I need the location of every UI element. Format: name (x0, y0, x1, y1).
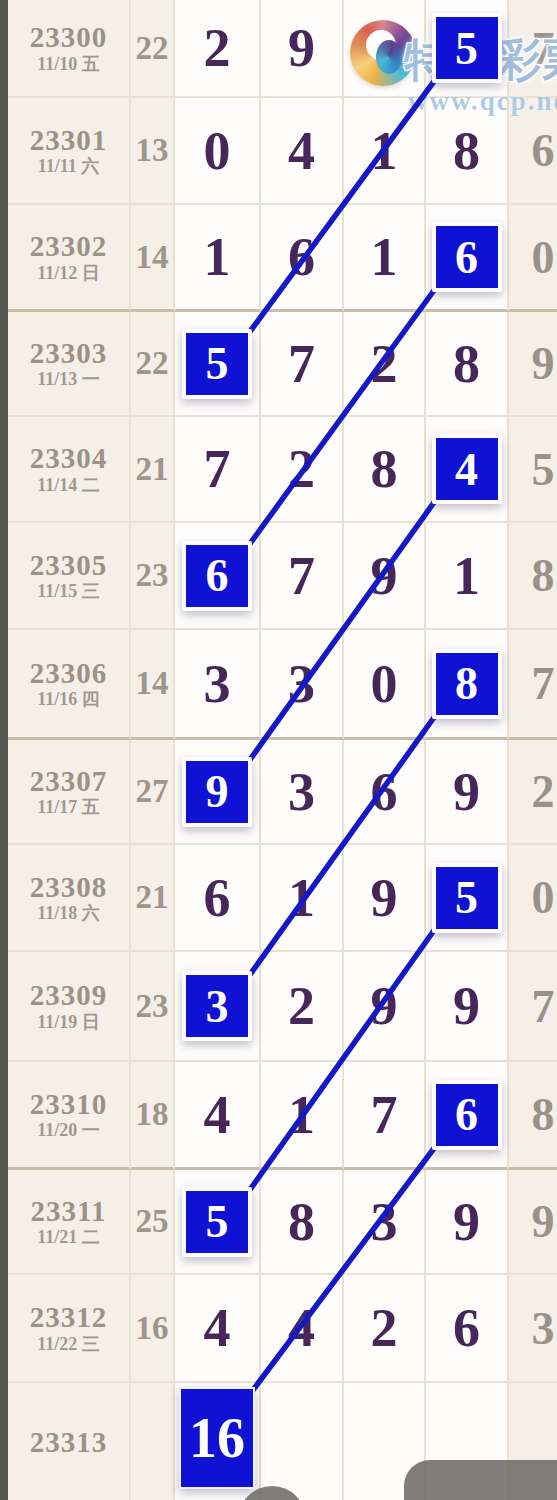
highlight-digit: 5 (455, 22, 478, 75)
issue-cell-23305: 2330511/15 三 (8, 523, 131, 630)
digit-cell-23307-3: 9 (426, 740, 509, 845)
digit-cell-23306-0: 3 (175, 630, 261, 740)
extra-cell-23301: 6 (509, 98, 557, 205)
digit-value: 9 (453, 975, 480, 1037)
highlight-box: 6 (432, 222, 502, 292)
draw-date: 11/22 三 (37, 1335, 100, 1354)
digit-cell-23308-0: 6 (175, 845, 261, 952)
highlight-digit: 3 (206, 980, 229, 1033)
issue-cell-23309: 2330911/19 日 (8, 952, 131, 1062)
issue-cell-23307: 2330711/17 五 (8, 740, 131, 845)
issue-number: 23306 (30, 658, 108, 688)
digit-cell-23313-0: 16 (175, 1383, 261, 1500)
left-edge-strip (0, 0, 8, 1500)
issue-cell-23313: 23313 (8, 1383, 131, 1500)
digit-cell-23303-3: 8 (426, 312, 509, 417)
digit-cell-23308-1: 1 (261, 845, 344, 952)
sum-cell-23311: 25 (131, 1170, 175, 1275)
sum-cell-23306: 14 (131, 630, 175, 740)
issue-cell-23302: 2330211/12 日 (8, 205, 131, 312)
trend-table: 2330011/10 五22296572330111/11 六130418623… (8, 0, 557, 1500)
sum-cell-23302: 14 (131, 205, 175, 312)
issue-cell-23308: 2330811/18 六 (8, 845, 131, 952)
draw-date: 11/14 二 (37, 476, 100, 495)
digit-cell-23307-1: 3 (261, 740, 344, 845)
sum-value: 14 (136, 239, 169, 276)
digit-value: 2 (204, 17, 231, 79)
digit-cell-23300-1: 9 (261, 0, 344, 98)
issue-number: 23307 (30, 766, 108, 796)
digit-cell-23308-3: 5 (426, 845, 509, 952)
digit-value: 9 (371, 545, 398, 607)
sum-cell-23305: 23 (131, 523, 175, 630)
draw-date: 11/18 六 (37, 904, 100, 923)
sum-cell-23307: 27 (131, 740, 175, 845)
digit-cell-23301-2: 1 (344, 98, 426, 205)
issue-number: 23310 (30, 1089, 108, 1119)
digit-value: 7 (371, 1084, 398, 1146)
issue-number: 23308 (30, 872, 108, 902)
digit-value: 6 (204, 867, 231, 929)
extra-digit-value: 7 (532, 980, 555, 1033)
issue-number: 23313 (30, 1427, 108, 1457)
highlight-box: 4 (432, 434, 502, 504)
floating-panel-button[interactable] (404, 1460, 557, 1500)
digit-cell-23307-0: 9 (175, 740, 261, 845)
digit-value: 9 (453, 761, 480, 823)
digit-value: 8 (453, 333, 480, 395)
digit-value: 4 (204, 1084, 231, 1146)
sum-cell-23310: 18 (131, 1062, 175, 1170)
digit-cell-23304-0: 7 (175, 417, 261, 523)
digit-value: 9 (453, 1191, 480, 1253)
digit-value: 3 (371, 1191, 398, 1253)
digit-value: 3 (288, 653, 315, 715)
extra-digit-value: 9 (532, 1195, 555, 1248)
digit-cell-23304-2: 8 (344, 417, 426, 523)
digit-cell-23306-1: 3 (261, 630, 344, 740)
issue-number: 23305 (30, 550, 108, 580)
highlight-digit: 5 (455, 871, 478, 924)
digit-cell-23301-0: 0 (175, 98, 261, 205)
extra-digit-value: 8 (532, 549, 555, 602)
digit-cell-23300-2: 6 (344, 0, 426, 98)
issue-number: 23311 (31, 1196, 107, 1226)
digit-value: 2 (371, 1297, 398, 1359)
digit-value: 2 (288, 975, 315, 1037)
sum-cell-23303: 22 (131, 312, 175, 417)
draw-date: 11/16 四 (37, 690, 100, 709)
highlight-digit: 6 (455, 231, 478, 284)
digit-cell-23303-1: 7 (261, 312, 344, 417)
digit-cell-23310-3: 6 (426, 1062, 509, 1170)
draw-date: 11/20 一 (37, 1121, 100, 1140)
extra-cell-23308: 0 (509, 845, 557, 952)
digit-value: 2 (288, 438, 315, 500)
digit-value: 0 (371, 653, 398, 715)
issue-cell-23300: 2330011/10 五 (8, 0, 131, 98)
digit-cell-23311-0: 5 (175, 1170, 261, 1275)
highlight-digit: 5 (206, 1195, 229, 1248)
digit-value: 2 (371, 333, 398, 395)
extra-digit-value: 0 (532, 871, 555, 924)
digit-cell-23302-3: 6 (426, 205, 509, 312)
sum-cell-23309: 23 (131, 952, 175, 1062)
extra-cell-23307: 2 (509, 740, 557, 845)
highlight-digit: 5 (206, 337, 229, 390)
digit-cell-23305-1: 7 (261, 523, 344, 630)
extra-cell-23306: 7 (509, 630, 557, 740)
digit-cell-23303-0: 5 (175, 312, 261, 417)
issue-cell-23301: 2330111/11 六 (8, 98, 131, 205)
highlight-digit: 16 (189, 1406, 245, 1470)
digit-cell-23311-3: 9 (426, 1170, 509, 1275)
extra-digit-value: 6 (532, 124, 555, 177)
digit-cell-23302-2: 1 (344, 205, 426, 312)
extra-cell-23300: 7 (509, 0, 557, 98)
sum-value: 16 (136, 1310, 169, 1347)
digit-cell-23312-2: 2 (344, 1275, 426, 1383)
draw-date: 11/13 一 (37, 370, 100, 389)
extra-cell-23304: 5 (509, 417, 557, 523)
issue-cell-23310: 2331011/20 一 (8, 1062, 131, 1170)
issue-cell-23312: 2331211/22 三 (8, 1275, 131, 1383)
digit-value: 9 (371, 975, 398, 1037)
highlight-box: 6 (182, 541, 252, 611)
issue-number: 23303 (30, 338, 108, 368)
sum-value: 18 (136, 1096, 169, 1133)
highlight-box: 5 (182, 1187, 252, 1257)
digit-value: 9 (288, 17, 315, 79)
extra-digit-value: 0 (532, 231, 555, 284)
highlight-box: 5 (432, 13, 502, 83)
issue-cell-23311: 2331111/21 二 (8, 1170, 131, 1275)
issue-cell-23303: 2330311/13 一 (8, 312, 131, 417)
sum-cell-23312: 16 (131, 1275, 175, 1383)
extra-cell-23311: 9 (509, 1170, 557, 1275)
digit-value: 1 (453, 545, 480, 607)
digit-value: 6 (453, 1297, 480, 1359)
digit-cell-23302-1: 6 (261, 205, 344, 312)
digit-value: 8 (371, 438, 398, 500)
digit-cell-23310-1: 1 (261, 1062, 344, 1170)
issue-number: 23304 (30, 443, 108, 473)
highlight-box: 8 (432, 649, 502, 719)
draw-date: 11/10 五 (37, 55, 100, 74)
highlight-digit: 6 (455, 1088, 478, 1141)
digit-cell-23300-3: 5 (426, 0, 509, 98)
digit-value: 1 (288, 1084, 315, 1146)
digit-cell-23311-1: 8 (261, 1170, 344, 1275)
digit-cell-23309-0: 3 (175, 952, 261, 1062)
sum-value: 22 (136, 30, 169, 67)
digit-value: 3 (288, 761, 315, 823)
sum-value: 23 (136, 557, 169, 594)
issue-number: 23300 (30, 22, 108, 52)
digit-cell-23312-3: 6 (426, 1275, 509, 1383)
extra-digit-value: 7 (532, 657, 555, 710)
issue-cell-23304: 2330411/14 二 (8, 417, 131, 523)
highlight-box: 5 (182, 329, 252, 399)
highlight-digit: 6 (206, 549, 229, 602)
extra-digit-value: 3 (532, 1302, 555, 1355)
extra-digit-value: 5 (532, 443, 555, 496)
digit-value: 4 (288, 1297, 315, 1359)
digit-value: 9 (371, 867, 398, 929)
sum-value: 25 (136, 1203, 169, 1240)
sum-cell-23308: 21 (131, 845, 175, 952)
digit-cell-23301-3: 8 (426, 98, 509, 205)
digit-cell-23305-3: 1 (426, 523, 509, 630)
digit-cell-23303-2: 2 (344, 312, 426, 417)
sum-value: 23 (136, 988, 169, 1025)
highlight-digit: 4 (455, 443, 478, 496)
extra-cell-23309: 7 (509, 952, 557, 1062)
digit-value: 6 (288, 226, 315, 288)
draw-date: 11/12 日 (37, 264, 100, 283)
digit-value: 7 (288, 333, 315, 395)
highlight-box: 3 (182, 971, 252, 1041)
digit-cell-23302-0: 1 (175, 205, 261, 312)
digit-cell-23313-1 (261, 1383, 344, 1500)
digit-cell-23309-2: 9 (344, 952, 426, 1062)
highlight-box: 5 (432, 863, 502, 933)
extra-cell-23302: 0 (509, 205, 557, 312)
sum-value: 21 (136, 879, 169, 916)
issue-number: 23309 (30, 980, 108, 1010)
sum-value: 14 (136, 665, 169, 702)
draw-date: 11/11 六 (38, 157, 100, 176)
digit-cell-23308-2: 9 (344, 845, 426, 952)
digit-value: 7 (288, 545, 315, 607)
digit-cell-23305-2: 9 (344, 523, 426, 630)
sum-cell-23304: 21 (131, 417, 175, 523)
digit-cell-23310-0: 4 (175, 1062, 261, 1170)
digit-cell-23310-2: 7 (344, 1062, 426, 1170)
issue-cell-23306: 2330611/16 四 (8, 630, 131, 740)
draw-date: 11/15 三 (37, 582, 100, 601)
digit-value: 8 (453, 120, 480, 182)
digit-cell-23307-2: 6 (344, 740, 426, 845)
digit-value: 1 (204, 226, 231, 288)
extra-digit-value: 2 (532, 765, 555, 818)
sum-cell-23300: 22 (131, 0, 175, 98)
digit-cell-23301-1: 4 (261, 98, 344, 205)
digit-cell-23312-0: 4 (175, 1275, 261, 1383)
digit-value: 4 (204, 1297, 231, 1359)
sum-value: 22 (136, 345, 169, 382)
extra-cell-23303: 9 (509, 312, 557, 417)
extra-digit-value: 8 (532, 1088, 555, 1141)
highlight-digit: 9 (206, 765, 229, 818)
sum-value: 27 (136, 773, 169, 810)
issue-number: 23312 (30, 1302, 108, 1332)
digit-cell-23304-3: 4 (426, 417, 509, 523)
extra-cell-23312: 3 (509, 1275, 557, 1383)
extra-cell-23310: 8 (509, 1062, 557, 1170)
digit-cell-23304-1: 2 (261, 417, 344, 523)
highlight-box: 9 (182, 757, 252, 827)
digit-value: 1 (288, 867, 315, 929)
digit-value: 6 (371, 17, 398, 79)
highlight-digit: 8 (455, 657, 478, 710)
digit-cell-23305-0: 6 (175, 523, 261, 630)
draw-date: 11/21 二 (37, 1228, 100, 1247)
issue-number: 23301 (30, 125, 108, 155)
extra-digit-value: 9 (532, 337, 555, 390)
digit-cell-23306-2: 0 (344, 630, 426, 740)
sum-value: 13 (136, 132, 169, 169)
digit-cell-23311-2: 3 (344, 1170, 426, 1275)
sum-cell-23313 (131, 1383, 175, 1500)
lottery-trend-chart-screen: 2330011/10 五22296572330111/11 六130418623… (0, 0, 557, 1500)
digit-value: 1 (371, 226, 398, 288)
highlight-box-big: 16 (179, 1387, 255, 1489)
extra-digit-value: 7 (532, 22, 555, 75)
issue-number: 23302 (30, 231, 108, 261)
digit-cell-23309-1: 2 (261, 952, 344, 1062)
digit-value: 4 (288, 120, 315, 182)
digit-cell-23312-1: 4 (261, 1275, 344, 1383)
digit-value: 7 (204, 438, 231, 500)
extra-cell-23305: 8 (509, 523, 557, 630)
draw-date: 11/17 五 (37, 798, 100, 817)
draw-date: 11/19 日 (37, 1013, 100, 1032)
digit-cell-23306-3: 8 (426, 630, 509, 740)
digit-value: 6 (371, 761, 398, 823)
highlight-box: 6 (432, 1080, 502, 1150)
digit-value: 1 (371, 120, 398, 182)
digit-value: 8 (288, 1191, 315, 1253)
sum-cell-23301: 13 (131, 98, 175, 205)
digit-cell-23300-0: 2 (175, 0, 261, 98)
digit-cell-23309-3: 9 (426, 952, 509, 1062)
digit-value: 3 (204, 653, 231, 715)
sum-value: 21 (136, 451, 169, 488)
digit-value: 0 (204, 120, 231, 182)
